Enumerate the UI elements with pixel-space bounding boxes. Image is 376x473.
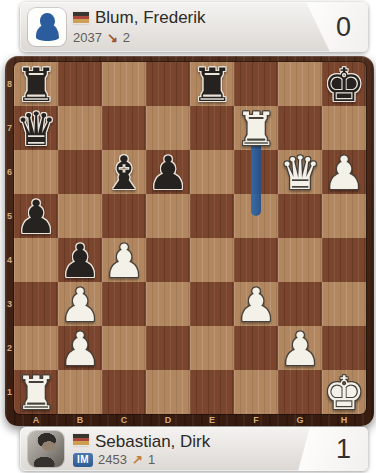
square-g8[interactable] <box>278 62 322 106</box>
rank-label-7: 7 <box>5 106 14 150</box>
file-label-g: G <box>278 414 322 426</box>
square-b5[interactable] <box>58 194 102 238</box>
square-e1[interactable] <box>190 370 234 414</box>
piece-black-rook-a8[interactable]: ♜ <box>14 62 58 106</box>
piece-white-pawn-f3[interactable]: ♟ <box>234 282 278 326</box>
score-bottom: 1 <box>296 427 368 471</box>
player-card-top[interactable]: Blum, Frederik 2037 ↘ 2 0 <box>20 2 368 52</box>
square-b8[interactable] <box>58 62 102 106</box>
square-d3[interactable] <box>146 282 190 326</box>
player-rating-row-top: 2037 ↘ 2 <box>73 30 130 45</box>
player-name-top: Blum, Frederik <box>95 8 206 28</box>
rank-label-3: 3 <box>5 282 14 326</box>
player-rating-top: 2037 <box>73 30 102 45</box>
rank-label-2: 2 <box>5 326 14 370</box>
square-g5[interactable] <box>278 194 322 238</box>
player-avatar-top <box>28 8 66 46</box>
square-e4[interactable] <box>190 238 234 282</box>
im-title-badge: IM <box>73 453 93 467</box>
square-f2[interactable] <box>234 326 278 370</box>
file-label-e: E <box>190 414 234 426</box>
piece-black-bishop-c6[interactable]: ♝ <box>102 150 146 194</box>
square-c5[interactable] <box>102 194 146 238</box>
square-a6[interactable] <box>14 150 58 194</box>
square-f8[interactable] <box>234 62 278 106</box>
player-card-bottom[interactable]: Sebastian, Dirk IM 2453 ↗ 1 1 <box>20 427 368 471</box>
square-d4[interactable] <box>146 238 190 282</box>
square-h2[interactable] <box>322 326 366 370</box>
square-e3[interactable] <box>190 282 234 326</box>
piece-white-pawn-b2[interactable]: ♟ <box>58 326 102 370</box>
square-d2[interactable] <box>146 326 190 370</box>
piece-white-pawn-g2[interactable]: ♟ <box>278 326 322 370</box>
square-a2[interactable] <box>14 326 58 370</box>
player-rating-row-bottom: IM 2453 ↗ 1 <box>73 452 155 467</box>
file-label-c: C <box>102 414 146 426</box>
piece-white-queen-g6[interactable]: ♛ <box>278 150 322 194</box>
piece-white-pawn-h6[interactable]: ♟ <box>322 150 366 194</box>
piece-black-queen-a7[interactable]: ♛ <box>14 106 58 150</box>
square-b7[interactable] <box>58 106 102 150</box>
square-c1[interactable] <box>102 370 146 414</box>
score-panel-bottom: 1 <box>296 427 368 471</box>
rank-label-1: 1 <box>5 370 14 414</box>
piece-black-pawn-a5[interactable]: ♟ <box>14 194 58 238</box>
square-c2[interactable] <box>102 326 146 370</box>
square-b6[interactable] <box>58 150 102 194</box>
broadcast-game-view: Blum, Frederik 2037 ↘ 2 0 87654321 ABCDE… <box>0 0 376 473</box>
player-name-bottom: Sebastian, Dirk <box>95 432 210 452</box>
piece-black-pawn-b4[interactable]: ♟ <box>58 238 102 282</box>
square-c8[interactable] <box>102 62 146 106</box>
square-e5[interactable] <box>190 194 234 238</box>
rank-label-5: 5 <box>5 194 14 238</box>
rank-label-4: 4 <box>5 238 14 282</box>
piece-white-rook-a1[interactable]: ♜ <box>14 370 58 414</box>
square-f4[interactable] <box>234 238 278 282</box>
square-e6[interactable] <box>190 150 234 194</box>
score-panel-top: 0 <box>296 2 368 52</box>
piece-white-king-h1[interactable]: ♚ <box>322 370 366 414</box>
square-a4[interactable] <box>14 238 58 282</box>
rating-change-top: 2 <box>123 30 130 45</box>
square-e2[interactable] <box>190 326 234 370</box>
germany-flag-icon <box>73 434 89 445</box>
square-g7[interactable] <box>278 106 322 150</box>
germany-flag-icon <box>73 12 89 23</box>
file-label-f: F <box>234 414 278 426</box>
player-rating-bottom: 2453 <box>98 452 127 467</box>
square-h5[interactable] <box>322 194 366 238</box>
piece-white-pawn-c4[interactable]: ♟ <box>102 238 146 282</box>
rating-trend-up-icon: ↗ <box>132 452 143 467</box>
chess-board[interactable]: 87654321 ABCDEFGH ♜♜♚♛♜♝♟♛♟♟♟♟♟♟♟♟♜♚ <box>5 56 374 426</box>
piece-black-pawn-d6[interactable]: ♟ <box>146 150 190 194</box>
file-label-b: B <box>58 414 102 426</box>
square-c7[interactable] <box>102 106 146 150</box>
rank-label-8: 8 <box>5 62 14 106</box>
square-h4[interactable] <box>322 238 366 282</box>
square-h7[interactable] <box>322 106 366 150</box>
square-d5[interactable] <box>146 194 190 238</box>
square-e7[interactable] <box>190 106 234 150</box>
square-g1[interactable] <box>278 370 322 414</box>
square-g3[interactable] <box>278 282 322 326</box>
rating-change-bottom: 1 <box>148 452 155 467</box>
file-label-d: D <box>146 414 190 426</box>
piece-black-rook-e8[interactable]: ♜ <box>190 62 234 106</box>
piece-white-rook-f7[interactable]: ♜ <box>234 106 278 150</box>
score-top: 0 <box>296 2 368 52</box>
square-a3[interactable] <box>14 282 58 326</box>
square-c3[interactable] <box>102 282 146 326</box>
square-d8[interactable] <box>146 62 190 106</box>
rank-label-6: 6 <box>5 150 14 194</box>
square-g4[interactable] <box>278 238 322 282</box>
piece-black-king-h8[interactable]: ♚ <box>322 62 366 106</box>
square-b1[interactable] <box>58 370 102 414</box>
square-d1[interactable] <box>146 370 190 414</box>
square-f1[interactable] <box>234 370 278 414</box>
player-avatar-bottom <box>28 431 64 467</box>
square-d7[interactable] <box>146 106 190 150</box>
rating-trend-down-icon: ↘ <box>107 30 118 45</box>
piece-white-pawn-b3[interactable]: ♟ <box>58 282 102 326</box>
square-h3[interactable] <box>322 282 366 326</box>
